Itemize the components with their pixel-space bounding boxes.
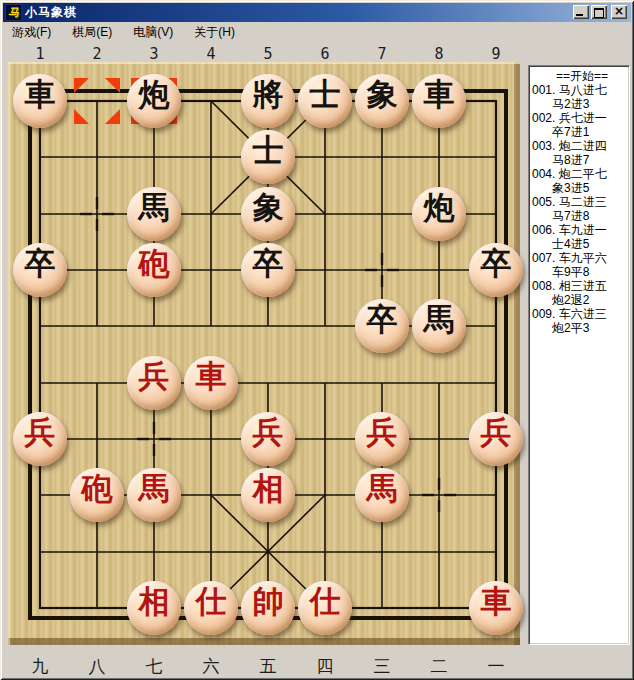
piece-black-馬[interactable]: 馬 xyxy=(127,187,181,241)
piece-red-相[interactable]: 相 xyxy=(127,581,181,635)
move-row-red: 002. 兵七进一 xyxy=(532,111,629,125)
file-label-bottom: 六 xyxy=(199,655,223,678)
file-label-bottom: 七 xyxy=(142,655,166,678)
move-row-red: 008. 相三进五 xyxy=(532,279,629,293)
piece-red-兵[interactable]: 兵 xyxy=(355,412,409,466)
menu-game[interactable]: 游戏(F) xyxy=(12,24,51,41)
piece-black-象[interactable]: 象 xyxy=(241,187,295,241)
piece-red-砲[interactable]: 砲 xyxy=(70,468,124,522)
minimize-icon xyxy=(576,14,583,16)
piece-glyph: 炮 xyxy=(127,74,181,128)
piece-red-仕[interactable]: 仕 xyxy=(298,581,352,635)
move-row-black: 马2进3 xyxy=(532,97,629,111)
maximize-icon xyxy=(594,8,604,18)
move-row-red: 004. 炮二平七 xyxy=(532,167,629,181)
piece-red-砲[interactable]: 砲 xyxy=(127,243,181,297)
move-row-red: 003. 炮二进四 xyxy=(532,139,629,153)
title-bar: 马 小马象棋 × xyxy=(3,3,631,22)
piece-glyph: 車 xyxy=(13,74,67,128)
file-label-top: 4 xyxy=(199,45,223,63)
piece-glyph: 士 xyxy=(241,130,295,184)
piece-glyph: 仕 xyxy=(298,581,352,635)
piece-glyph: 仕 xyxy=(184,581,238,635)
move-list-panel[interactable]: ==开始==001. 马八进七马2进3002. 兵七进一卒7进1003. 炮二进… xyxy=(528,65,630,645)
piece-glyph: 卒 xyxy=(469,243,523,297)
file-label-top: 3 xyxy=(142,45,166,63)
piece-glyph: 車 xyxy=(469,581,523,635)
piece-black-炮[interactable]: 炮 xyxy=(127,74,181,128)
file-label-top: 9 xyxy=(484,45,508,63)
file-label-top: 6 xyxy=(313,45,337,63)
piece-red-兵[interactable]: 兵 xyxy=(469,412,523,466)
move-row-black: 马8进7 xyxy=(532,153,629,167)
piece-glyph: 象 xyxy=(241,187,295,241)
piece-glyph: 兵 xyxy=(241,412,295,466)
file-label-bottom: 八 xyxy=(85,655,109,678)
move-row-red: 001. 马八进七 xyxy=(532,83,629,97)
piece-glyph: 砲 xyxy=(127,243,181,297)
file-label-bottom: 一 xyxy=(484,655,508,678)
move-row-black: 炮2平3 xyxy=(532,321,629,335)
xiangqi-board[interactable]: 車炮將士象車士馬象炮卒砲卒卒卒馬兵車兵兵兵兵砲馬相馬相仕帥仕車 xyxy=(8,62,520,645)
move-row-red: 009. 车六进三 xyxy=(532,307,629,321)
piece-glyph: 帥 xyxy=(241,581,295,635)
window-title: 小马象棋 xyxy=(25,4,77,21)
piece-black-馬[interactable]: 馬 xyxy=(412,299,466,353)
maximize-button[interactable] xyxy=(591,5,607,19)
piece-black-炮[interactable]: 炮 xyxy=(412,187,466,241)
piece-glyph: 馬 xyxy=(355,468,409,522)
piece-black-卒[interactable]: 卒 xyxy=(469,243,523,297)
piece-red-車[interactable]: 車 xyxy=(184,356,238,410)
menu-computer[interactable]: 电脑(V) xyxy=(133,24,173,41)
piece-black-卒[interactable]: 卒 xyxy=(355,299,409,353)
piece-red-兵[interactable]: 兵 xyxy=(127,356,181,410)
app-icon: 马 xyxy=(5,4,22,21)
piece-black-士[interactable]: 士 xyxy=(298,74,352,128)
piece-black-將[interactable]: 將 xyxy=(241,74,295,128)
piece-glyph: 卒 xyxy=(241,243,295,297)
move-row-black: 炮2退2 xyxy=(532,293,629,307)
file-label-bottom: 九 xyxy=(28,655,52,678)
file-label-top: 5 xyxy=(256,45,280,63)
piece-red-仕[interactable]: 仕 xyxy=(184,581,238,635)
app-window: 马 小马象棋 × 游戏(F)棋局(E)电脑(V)关于(H) 123456789 … xyxy=(0,0,634,680)
piece-red-車[interactable]: 車 xyxy=(469,581,523,635)
piece-glyph: 車 xyxy=(184,356,238,410)
piece-glyph: 馬 xyxy=(127,187,181,241)
move-row-red: 006. 车九进一 xyxy=(532,223,629,237)
file-label-top: 8 xyxy=(427,45,451,63)
piece-glyph: 兵 xyxy=(127,356,181,410)
piece-red-兵[interactable]: 兵 xyxy=(13,412,67,466)
piece-red-馬[interactable]: 馬 xyxy=(355,468,409,522)
piece-glyph: 兵 xyxy=(355,412,409,466)
piece-red-相[interactable]: 相 xyxy=(241,468,295,522)
move-row-red: 007. 车九平六 xyxy=(532,251,629,265)
piece-black-象[interactable]: 象 xyxy=(355,74,409,128)
file-label-bottom: 三 xyxy=(370,655,394,678)
move-row-black: 卒7进1 xyxy=(532,125,629,139)
piece-glyph: 兵 xyxy=(469,412,523,466)
piece-glyph: 相 xyxy=(127,581,181,635)
piece-glyph: 象 xyxy=(355,74,409,128)
close-icon: × xyxy=(611,5,627,18)
piece-glyph: 相 xyxy=(241,468,295,522)
piece-glyph: 馬 xyxy=(127,468,181,522)
piece-glyph: 車 xyxy=(412,74,466,128)
file-label-bottom: 五 xyxy=(256,655,280,678)
piece-glyph: 卒 xyxy=(13,243,67,297)
piece-black-車[interactable]: 車 xyxy=(412,74,466,128)
move-row-black: 马7进8 xyxy=(532,209,629,223)
move-row-red: 005. 马二进三 xyxy=(532,195,629,209)
piece-glyph: 炮 xyxy=(412,187,466,241)
move-row-black: 车9平8 xyxy=(532,265,629,279)
file-label-bottom: 四 xyxy=(313,655,337,678)
move-row-black: 士4进5 xyxy=(532,237,629,251)
last-move-from-marker xyxy=(74,78,120,124)
file-label-top: 7 xyxy=(370,45,394,63)
piece-red-兵[interactable]: 兵 xyxy=(241,412,295,466)
file-label-top: 2 xyxy=(85,45,109,63)
menu-bar: 游戏(F)棋局(E)电脑(V)关于(H) xyxy=(3,22,631,43)
piece-glyph: 砲 xyxy=(70,468,124,522)
menu-board[interactable]: 棋局(E) xyxy=(72,24,112,41)
close-button[interactable]: × xyxy=(611,5,627,19)
piece-black-卒[interactable]: 卒 xyxy=(13,243,67,297)
piece-glyph: 馬 xyxy=(412,299,466,353)
piece-black-卒[interactable]: 卒 xyxy=(241,243,295,297)
piece-glyph: 士 xyxy=(298,74,352,128)
file-label-top: 1 xyxy=(28,45,52,63)
move-row-black: 象3进5 xyxy=(532,181,629,195)
piece-glyph: 將 xyxy=(241,74,295,128)
piece-glyph: 兵 xyxy=(13,412,67,466)
piece-red-帥[interactable]: 帥 xyxy=(241,581,295,635)
minimize-button[interactable] xyxy=(573,5,589,19)
piece-red-馬[interactable]: 馬 xyxy=(127,468,181,522)
piece-black-車[interactable]: 車 xyxy=(13,74,67,128)
menu-about[interactable]: 关于(H) xyxy=(194,24,235,41)
file-label-bottom: 二 xyxy=(427,655,451,678)
move-list-header: ==开始== xyxy=(532,69,629,83)
piece-black-士[interactable]: 士 xyxy=(241,130,295,184)
piece-glyph: 卒 xyxy=(355,299,409,353)
